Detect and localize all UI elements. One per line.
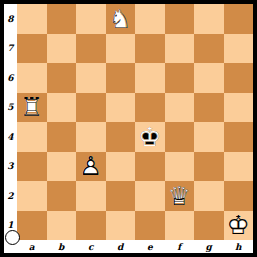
square-b2[interactable]: [47, 181, 77, 211]
square-a8[interactable]: [17, 4, 47, 34]
white-queen[interactable]: ♛♕: [165, 181, 195, 211]
file-label-b: b: [47, 240, 77, 253]
file-label-a: a: [17, 240, 47, 253]
square-f3[interactable]: [165, 152, 195, 182]
square-f8[interactable]: [165, 4, 195, 34]
rank-label-5: 5: [4, 93, 17, 123]
square-b7[interactable]: [47, 34, 77, 64]
square-a7[interactable]: [17, 34, 47, 64]
file-label-g: g: [194, 240, 224, 253]
chess-diagram: 8♞♘765♜♖4♚♔3♟♙2♛♕1♚♔abcdefgh: [0, 0, 257, 257]
square-e5[interactable]: [135, 93, 165, 123]
white-rook-outline-glyph: ♖: [17, 93, 47, 123]
square-c1[interactable]: [76, 211, 106, 241]
file-label-e: e: [135, 240, 165, 253]
square-e2[interactable]: [135, 181, 165, 211]
square-c3[interactable]: ♟♙: [76, 152, 106, 182]
square-h1[interactable]: ♚♔: [224, 211, 254, 241]
square-f2[interactable]: ♛♕: [165, 181, 195, 211]
square-g2[interactable]: [194, 181, 224, 211]
square-d7[interactable]: [106, 34, 136, 64]
square-d6[interactable]: [106, 63, 136, 93]
rank-label-3: 3: [4, 152, 17, 182]
square-e6[interactable]: [135, 63, 165, 93]
white-to-move-indicator: [5, 230, 20, 245]
square-e8[interactable]: [135, 4, 165, 34]
square-a6[interactable]: [17, 63, 47, 93]
square-d4[interactable]: [106, 122, 136, 152]
rank-label-4: 4: [4, 122, 17, 152]
square-g8[interactable]: [194, 4, 224, 34]
file-label-f: f: [165, 240, 195, 253]
square-h2[interactable]: [224, 181, 254, 211]
square-d1[interactable]: [106, 211, 136, 241]
square-h4[interactable]: [224, 122, 254, 152]
square-a1[interactable]: [17, 211, 47, 241]
square-f5[interactable]: [165, 93, 195, 123]
file-label-d: d: [106, 240, 136, 253]
square-c4[interactable]: [76, 122, 106, 152]
file-label-h: h: [224, 240, 254, 253]
square-c7[interactable]: [76, 34, 106, 64]
square-e3[interactable]: [135, 152, 165, 182]
square-f4[interactable]: [165, 122, 195, 152]
square-e1[interactable]: [135, 211, 165, 241]
square-f6[interactable]: [165, 63, 195, 93]
square-h6[interactable]: [224, 63, 254, 93]
white-pawn-outline-glyph: ♙: [76, 152, 106, 182]
white-knight[interactable]: ♞♘: [106, 4, 136, 34]
square-g6[interactable]: [194, 63, 224, 93]
black-king[interactable]: ♚♔: [135, 122, 165, 152]
white-pawn[interactable]: ♟♙: [76, 152, 106, 182]
square-b4[interactable]: [47, 122, 77, 152]
chess-board: 8♞♘765♜♖4♚♔3♟♙2♛♕1♚♔abcdefgh: [4, 4, 253, 253]
rank-label-6: 6: [4, 63, 17, 93]
square-f1[interactable]: [165, 211, 195, 241]
square-e4[interactable]: ♚♔: [135, 122, 165, 152]
square-d5[interactable]: [106, 93, 136, 123]
white-queen-outline-glyph: ♕: [165, 181, 195, 211]
square-c8[interactable]: [76, 4, 106, 34]
square-h7[interactable]: [224, 34, 254, 64]
square-b3[interactable]: [47, 152, 77, 182]
square-h8[interactable]: [224, 4, 254, 34]
square-d2[interactable]: [106, 181, 136, 211]
square-g3[interactable]: [194, 152, 224, 182]
white-knight-outline-glyph: ♘: [106, 4, 136, 34]
square-a2[interactable]: [17, 181, 47, 211]
file-label-c: c: [76, 240, 106, 253]
square-g7[interactable]: [194, 34, 224, 64]
rank-label-7: 7: [4, 34, 17, 64]
square-g1[interactable]: [194, 211, 224, 241]
rank-label-2: 2: [4, 181, 17, 211]
square-c5[interactable]: [76, 93, 106, 123]
white-king-outline-glyph: ♔: [224, 211, 254, 241]
square-b8[interactable]: [47, 4, 77, 34]
square-a3[interactable]: [17, 152, 47, 182]
square-f7[interactable]: [165, 34, 195, 64]
square-b1[interactable]: [47, 211, 77, 241]
board-corner: [4, 240, 17, 253]
square-d3[interactable]: [106, 152, 136, 182]
square-a4[interactable]: [17, 122, 47, 152]
square-g4[interactable]: [194, 122, 224, 152]
square-h5[interactable]: [224, 93, 254, 123]
square-g5[interactable]: [194, 93, 224, 123]
white-king[interactable]: ♚♔: [224, 211, 254, 241]
square-e7[interactable]: [135, 34, 165, 64]
square-b6[interactable]: [47, 63, 77, 93]
square-a5[interactable]: ♜♖: [17, 93, 47, 123]
black-king-outline-glyph: ♔: [135, 122, 165, 152]
square-c2[interactable]: [76, 181, 106, 211]
square-h3[interactable]: [224, 152, 254, 182]
square-b5[interactable]: [47, 93, 77, 123]
square-c6[interactable]: [76, 63, 106, 93]
square-d8[interactable]: ♞♘: [106, 4, 136, 34]
white-rook[interactable]: ♜♖: [17, 93, 47, 123]
rank-label-8: 8: [4, 4, 17, 34]
